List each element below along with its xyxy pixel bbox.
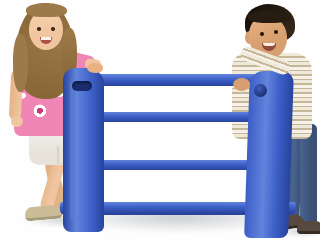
organizer-right-end-panel <box>244 71 294 238</box>
boy-hand <box>233 78 250 91</box>
girl-hand-left <box>11 116 23 127</box>
boy-hair-fringe <box>248 10 290 23</box>
girl-hair-bangs <box>26 3 67 17</box>
girl-eye-right <box>51 27 55 31</box>
boy-leg-right <box>300 124 317 226</box>
left-panel-handle-slot <box>72 81 92 91</box>
product-photo-scene <box>0 0 320 242</box>
right-panel-hole <box>254 84 267 97</box>
girl-eye-left <box>37 27 41 31</box>
boy-shoe-right <box>297 221 320 234</box>
organizer-left-end-panel <box>63 68 104 232</box>
boy-eye-right <box>274 30 278 34</box>
girl-hand-right <box>87 63 103 73</box>
boy-eye-left <box>260 32 264 36</box>
girl-hair-side-left <box>13 34 28 92</box>
